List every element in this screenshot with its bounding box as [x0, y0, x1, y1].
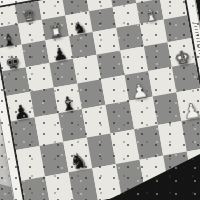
black-bishop-c4[interactable]: ♝: [59, 93, 79, 115]
white-pawn-h3[interactable]: ♟: [181, 100, 200, 123]
black-knight-d7[interactable]: ♞: [71, 19, 88, 37]
square-h3[interactable]: ♟: [176, 89, 200, 122]
white-pawn-f4[interactable]: ♟: [130, 81, 150, 103]
white-rook-c7[interactable]: ♜: [48, 23, 65, 41]
black-pawn-a4[interactable]: ♟: [11, 102, 31, 124]
black-king-a6[interactable]: ♚: [4, 53, 22, 72]
black-pawn-c6[interactable]: ♟: [51, 44, 69, 63]
black-bishop-a7[interactable]: ♝: [0, 31, 17, 49]
white-king-h5[interactable]: ♚: [173, 47, 192, 68]
white-queen-b8[interactable]: ♛: [21, 8, 37, 25]
square-h5[interactable]: ♚: [167, 38, 195, 67]
white-bishop-g7[interactable]: ♝: [142, 6, 159, 24]
black-knight-c2[interactable]: ♞: [68, 150, 90, 174]
